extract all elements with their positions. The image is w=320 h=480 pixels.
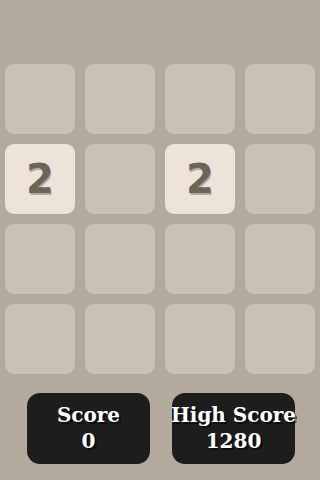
scoreboard: Score 0 High Score 1280: [0, 393, 320, 464]
high-score-box: High Score 1280: [172, 393, 295, 464]
board-cell-empty: [245, 224, 315, 294]
board-cell-empty: [85, 64, 155, 134]
board-cell-empty: [85, 304, 155, 374]
score-label: Score: [57, 404, 120, 427]
board-cell-empty: [165, 304, 235, 374]
board-cell-empty: [5, 304, 75, 374]
high-score-value: 1280: [206, 430, 262, 453]
score-box: Score 0: [27, 393, 150, 464]
board-cell-empty: [85, 144, 155, 214]
high-score-label: High Score: [171, 404, 296, 427]
board-cell-empty: [245, 304, 315, 374]
board-cell-empty: [245, 144, 315, 214]
tile-2: 2: [5, 144, 75, 214]
board-cell-empty: [5, 224, 75, 294]
board-grid[interactable]: 22: [5, 64, 315, 374]
board-cell-empty: [245, 64, 315, 134]
score-value: 0: [82, 430, 96, 453]
board-cell-empty: [165, 224, 235, 294]
tile-2: 2: [165, 144, 235, 214]
game-screen: 22 Score 0 High Score 1280: [0, 0, 320, 480]
board-cell-empty: [5, 64, 75, 134]
board-cell-empty: [85, 224, 155, 294]
board-cell-empty: [165, 64, 235, 134]
